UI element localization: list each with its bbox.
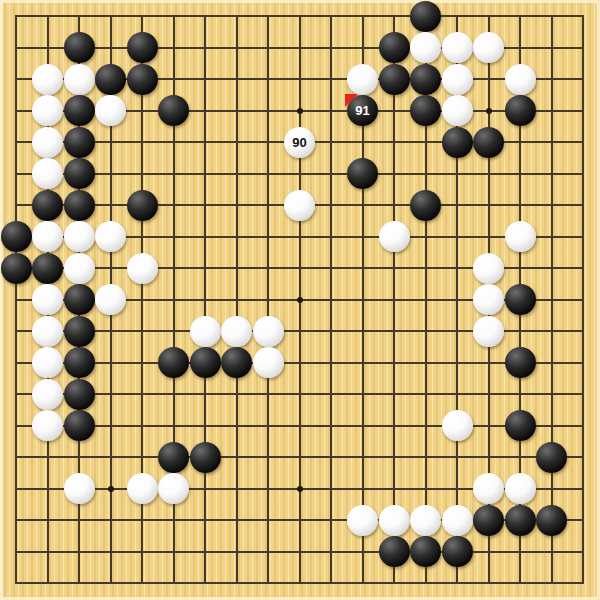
stone-black [64, 410, 95, 441]
stone-white [379, 505, 410, 536]
stone-white [473, 316, 504, 347]
stone-white [32, 316, 63, 347]
stone-white [505, 64, 536, 95]
grid-line-horizontal [15, 551, 584, 553]
stone-white [158, 473, 189, 504]
stone-white [473, 253, 504, 284]
grid-line-horizontal [15, 425, 584, 427]
stone-white [95, 95, 126, 126]
stone-black [127, 32, 158, 63]
stone-black [190, 442, 221, 473]
stone-black [347, 158, 378, 189]
stone-black [505, 410, 536, 441]
grid-line-vertical [393, 15, 395, 584]
star-point [108, 486, 114, 492]
grid-line-horizontal [15, 456, 584, 458]
stone-white [32, 347, 63, 378]
stone-white-90: 90 [284, 127, 315, 158]
stone-white [284, 190, 315, 221]
stone-white [127, 473, 158, 504]
stone-black [410, 190, 441, 221]
stone-black [64, 379, 95, 410]
stone-black [442, 127, 473, 158]
stone-black [64, 347, 95, 378]
stone-black [473, 505, 504, 536]
stone-black [536, 505, 567, 536]
stone-black [64, 190, 95, 221]
stone-white [253, 316, 284, 347]
stone-black [379, 64, 410, 95]
stone-black [158, 347, 189, 378]
stone-black [379, 32, 410, 63]
stone-white [190, 316, 221, 347]
stone-white [32, 127, 63, 158]
stone-white [505, 473, 536, 504]
stone-white [95, 284, 126, 315]
stone-black [505, 347, 536, 378]
grid-line-horizontal [15, 582, 584, 584]
stone-white [64, 473, 95, 504]
star-point [486, 108, 492, 114]
stone-black [410, 64, 441, 95]
star-point [297, 297, 303, 303]
move-number-label: 90 [292, 136, 306, 149]
star-point [297, 486, 303, 492]
stone-white [64, 64, 95, 95]
stone-black [64, 127, 95, 158]
star-point [297, 108, 303, 114]
stone-black [64, 316, 95, 347]
grid-line-horizontal [15, 393, 584, 395]
stone-white [64, 253, 95, 284]
stone-black [221, 347, 252, 378]
stone-black [473, 127, 504, 158]
stone-black [505, 284, 536, 315]
stone-white [505, 221, 536, 252]
stone-black [64, 32, 95, 63]
stone-white [410, 505, 441, 536]
stone-black [410, 536, 441, 567]
stone-white [253, 347, 284, 378]
stone-black [1, 253, 32, 284]
stone-white [32, 284, 63, 315]
stone-white [127, 253, 158, 284]
stone-white [95, 221, 126, 252]
stone-white [32, 221, 63, 252]
stone-white [32, 379, 63, 410]
grid-line-vertical [551, 15, 553, 584]
grid-line-vertical [330, 15, 332, 584]
stone-black [536, 442, 567, 473]
stone-white [221, 316, 252, 347]
stone-black [95, 64, 126, 95]
stone-black [410, 1, 441, 32]
stone-white [473, 473, 504, 504]
stone-black [64, 284, 95, 315]
stone-white [442, 410, 473, 441]
go-board[interactable]: 9190 [0, 0, 600, 600]
stone-white [379, 221, 410, 252]
stone-black [158, 95, 189, 126]
stone-black [505, 505, 536, 536]
stone-white [32, 158, 63, 189]
stone-black [442, 536, 473, 567]
stone-white [442, 64, 473, 95]
grid-line-horizontal [15, 362, 584, 364]
stone-black [158, 442, 189, 473]
stone-black [64, 158, 95, 189]
stone-white [442, 32, 473, 63]
grid-line-vertical [582, 15, 584, 584]
stone-black [32, 190, 63, 221]
stone-black [127, 190, 158, 221]
last-move-marker-icon [345, 94, 358, 107]
stone-white [32, 95, 63, 126]
stone-white [347, 64, 378, 95]
stone-white [32, 410, 63, 441]
stone-white [442, 505, 473, 536]
stone-white [410, 32, 441, 63]
stone-white [64, 221, 95, 252]
stone-black [1, 221, 32, 252]
stone-white [347, 505, 378, 536]
stone-white [473, 284, 504, 315]
stone-black [127, 64, 158, 95]
stone-black [32, 253, 63, 284]
stone-black [410, 95, 441, 126]
stone-white [32, 64, 63, 95]
stone-black [190, 347, 221, 378]
stone-black [64, 95, 95, 126]
stone-white [442, 95, 473, 126]
stone-white [473, 32, 504, 63]
stone-black [379, 536, 410, 567]
stone-black [505, 95, 536, 126]
